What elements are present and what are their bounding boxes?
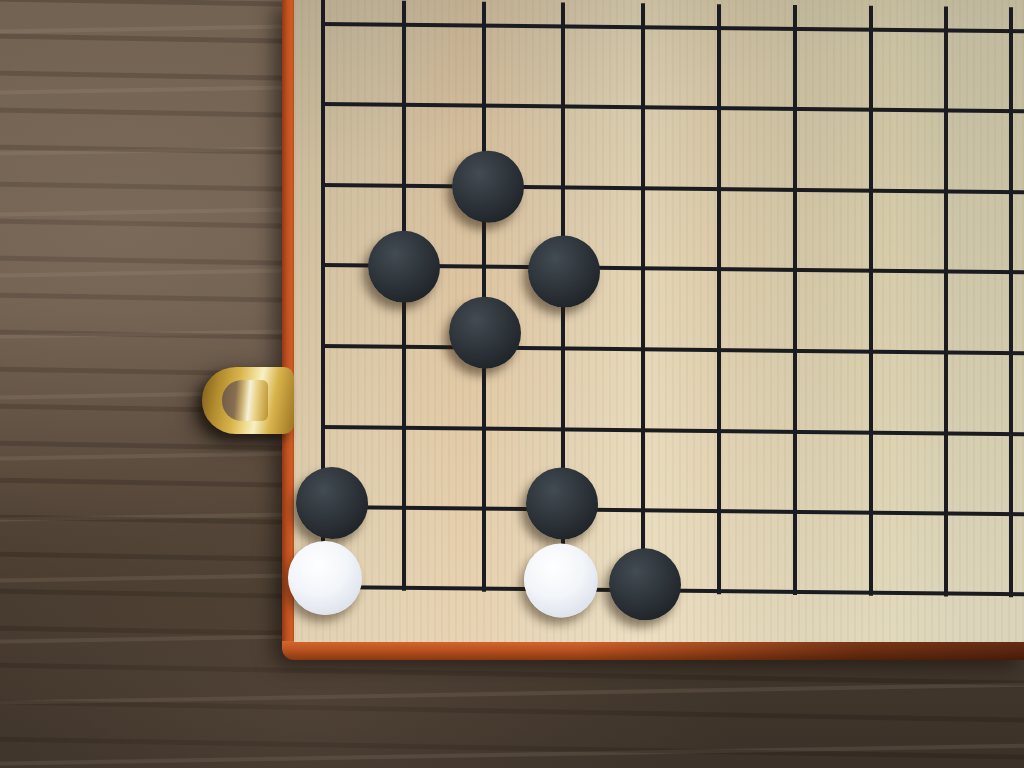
grid-line-row-5	[321, 344, 1024, 355]
grid-line-col-8	[869, 6, 873, 596]
white-stone-A1[interactable]	[288, 541, 362, 616]
grid-line-col-10	[1009, 7, 1013, 597]
black-stone-B5[interactable]	[368, 230, 440, 303]
brass-clasp-hole	[222, 380, 268, 421]
grid-line-col-9	[944, 7, 948, 597]
black-stone-D5[interactable]	[528, 235, 600, 308]
grid-line-row-6	[321, 425, 1024, 436]
black-stone-E1[interactable]	[609, 548, 681, 621]
black-stone-C6[interactable]	[452, 150, 524, 223]
black-stone-C4[interactable]	[449, 296, 521, 369]
go-board	[282, 0, 1024, 660]
board-grid	[282, 0, 1024, 667]
grid-line-col-7	[793, 5, 797, 595]
grid-line-row-2	[321, 102, 1024, 113]
white-stone-D1[interactable]	[524, 543, 598, 618]
grid-line-row-3	[321, 183, 1024, 194]
photo-scene	[0, 0, 1024, 768]
grid-line-col-6	[717, 4, 721, 594]
brass-clasp	[202, 367, 294, 434]
grid-line-row-7	[321, 505, 1024, 516]
grid-line-row-1	[321, 22, 1024, 33]
grid-line-col-5	[641, 3, 645, 593]
black-stone-A2[interactable]	[296, 467, 368, 540]
black-stone-D2[interactable]	[526, 467, 598, 540]
